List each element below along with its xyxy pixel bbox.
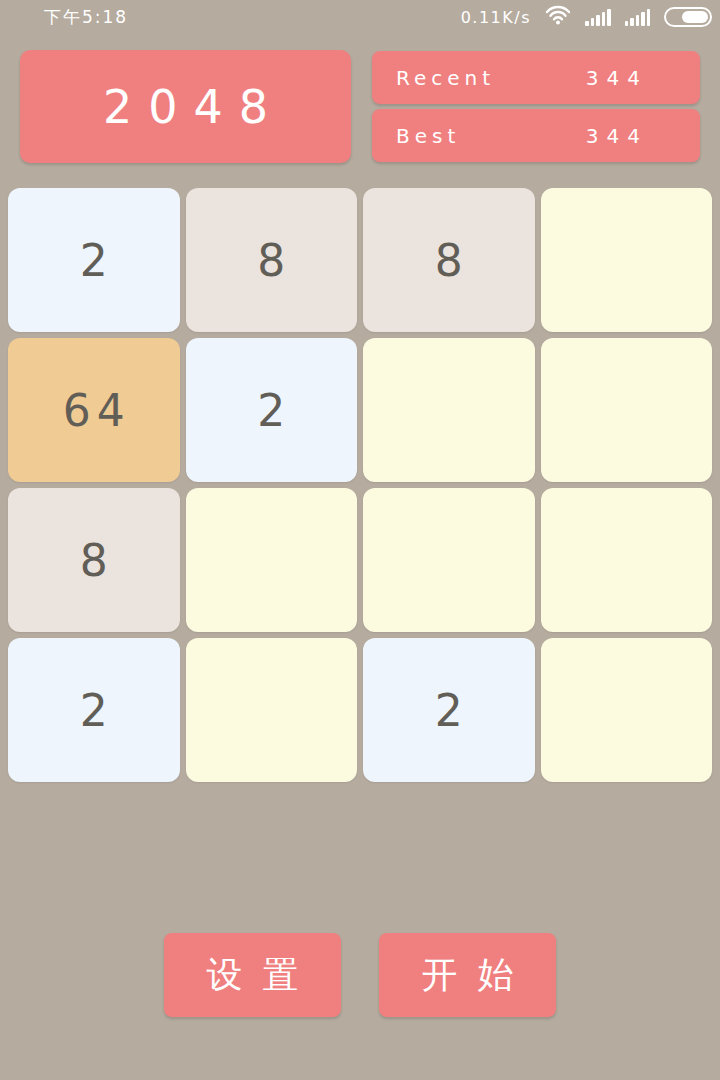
recent-score-card: Recent 344 (372, 51, 700, 104)
tile-r2c1: 64 (8, 338, 180, 482)
tile-r2c2: 2 (186, 338, 358, 482)
network-speed-text: 0.11K/s (461, 8, 531, 27)
signal-sim2-icon (625, 8, 651, 26)
tile-r1c2: 8 (186, 188, 358, 332)
tile-r2c4 (541, 338, 713, 482)
tile-r4c2 (186, 638, 358, 782)
start-button[interactable]: 开始 (379, 933, 556, 1017)
tile-r2c3 (363, 338, 535, 482)
best-score-label: Best (396, 124, 460, 148)
status-bar: 下午5:18 0.11K/s (0, 0, 720, 34)
settings-button-label: 设置 (207, 951, 319, 1000)
game-title: 2048 (103, 80, 284, 134)
tile-r3c4 (541, 488, 713, 632)
clock-text: 下午5:18 (44, 6, 128, 29)
settings-button[interactable]: 设置 (164, 933, 341, 1017)
board-grid[interactable]: 2 8 8 64 2 8 2 2 (8, 188, 712, 782)
tile-r4c3: 2 (363, 638, 535, 782)
tile-r1c1: 2 (8, 188, 180, 332)
best-score-card: Best 344 (372, 109, 700, 162)
tile-r3c2 (186, 488, 358, 632)
wifi-icon (545, 5, 571, 29)
start-button-label: 开始 (422, 951, 534, 1000)
tile-r3c1: 8 (8, 488, 180, 632)
tile-r1c3: 8 (363, 188, 535, 332)
score-panel: Recent 344 Best 344 (372, 51, 700, 162)
best-score-value: 344 (586, 124, 648, 148)
status-icons: 0.11K/s (461, 5, 712, 29)
tile-r4c1: 2 (8, 638, 180, 782)
signal-sim1-icon (585, 8, 611, 26)
battery-icon (664, 7, 712, 27)
recent-score-value: 344 (586, 66, 648, 90)
tile-r4c4 (541, 638, 713, 782)
tile-r1c4 (541, 188, 713, 332)
game-title-card: 2048 (20, 50, 351, 163)
recent-score-label: Recent (396, 66, 495, 90)
tile-r3c3 (363, 488, 535, 632)
footer-actions: 设置 开始 (0, 933, 720, 1017)
